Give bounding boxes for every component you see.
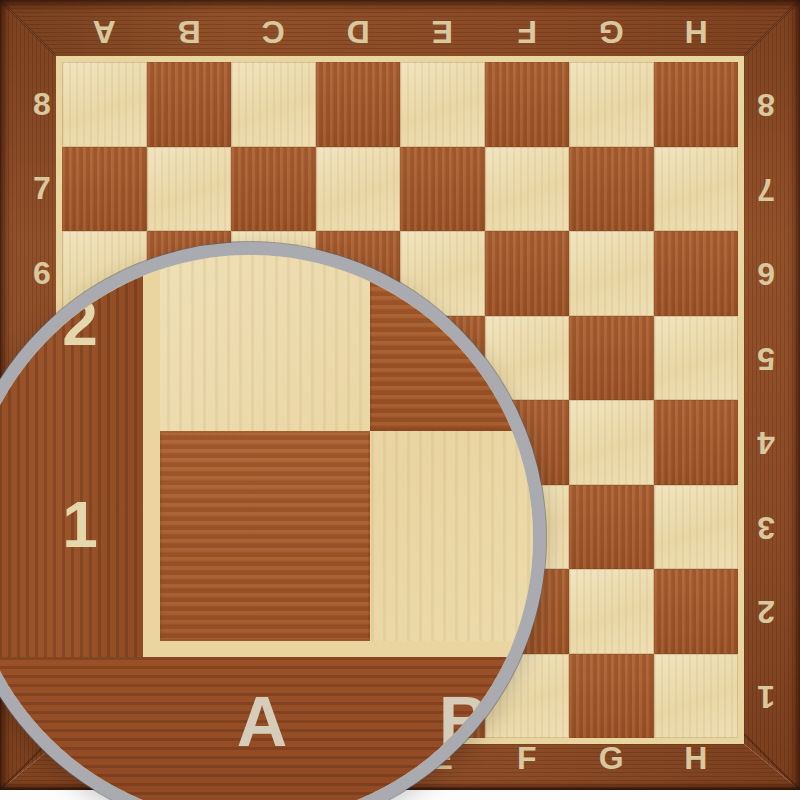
- file-label-top-g: G: [569, 10, 654, 54]
- rank-label-right-8: 8: [744, 62, 788, 147]
- magnified-square-a1: [160, 431, 370, 641]
- square-g8: [569, 62, 654, 147]
- magnified-file-label-a: A: [226, 687, 298, 757]
- file-label-top-e: E: [400, 10, 485, 54]
- rank-label-right-2: 2: [744, 569, 788, 654]
- square-f7: [485, 147, 570, 232]
- file-label-top-h: H: [654, 10, 739, 54]
- rank-label-right-3: 3: [744, 485, 788, 570]
- square-h7: [654, 147, 739, 232]
- square-e7: [400, 147, 485, 232]
- rank-label-right-4: 4: [744, 400, 788, 485]
- file-label-top-d: D: [316, 10, 401, 54]
- magnified-inner-border-vertical: [143, 242, 160, 641]
- file-label-bottom-g: G: [569, 736, 654, 780]
- rank-label-right-6: 6: [744, 231, 788, 316]
- square-g2: [569, 569, 654, 654]
- rank-label-right-7: 7: [744, 147, 788, 232]
- file-label-top-f: F: [485, 10, 570, 54]
- magnified-inner-border-horizontal: [143, 641, 533, 657]
- square-e8: [400, 62, 485, 147]
- square-a8: [62, 62, 147, 147]
- rank-label-right-1: 1: [744, 654, 788, 739]
- square-g4: [569, 400, 654, 485]
- square-h4: [654, 400, 739, 485]
- square-d7: [316, 147, 401, 232]
- rank-label-left-6: 6: [22, 231, 62, 316]
- square-b7: [147, 147, 232, 232]
- file-label-top-c: C: [231, 10, 316, 54]
- square-c8: [231, 62, 316, 147]
- square-h8: [654, 62, 739, 147]
- rank-label-left-7: 7: [22, 147, 62, 232]
- square-g1: [569, 654, 654, 739]
- square-f6: [485, 231, 570, 316]
- rank-label-right-5: 5: [744, 316, 788, 401]
- square-g3: [569, 485, 654, 570]
- magnified-rank-label-1: 1: [44, 493, 116, 557]
- square-h3: [654, 485, 739, 570]
- rank-label-left-8: 8: [22, 62, 62, 147]
- square-h1: [654, 654, 739, 739]
- file-label-bottom-f: F: [485, 736, 570, 780]
- square-g6: [569, 231, 654, 316]
- file-label-top-b: B: [147, 10, 232, 54]
- square-c7: [231, 147, 316, 232]
- square-g7: [569, 147, 654, 232]
- square-d8: [316, 62, 401, 147]
- file-label-top-a: A: [62, 10, 147, 54]
- file-label-bottom-h: H: [654, 736, 739, 780]
- square-g5: [569, 316, 654, 401]
- square-f8: [485, 62, 570, 147]
- square-h6: [654, 231, 739, 316]
- chessboard-photo: AA88BB77CC66DD55EE44FF33GG22HH11 2 1 A B: [0, 0, 800, 800]
- square-h5: [654, 316, 739, 401]
- square-a7: [62, 147, 147, 232]
- square-b8: [147, 62, 232, 147]
- square-h2: [654, 569, 739, 654]
